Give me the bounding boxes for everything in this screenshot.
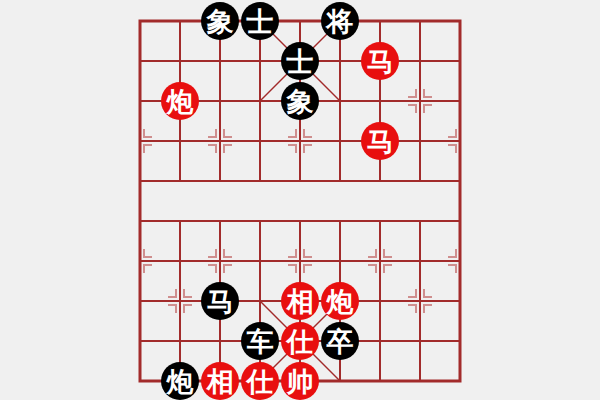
red-elephant-piece[interactable]: 相	[201, 362, 239, 400]
black-elephant-piece[interactable]: 象	[201, 2, 239, 40]
black-horse-piece[interactable]: 马	[201, 282, 239, 320]
xiangqi-board[interactable]: 象士将士马炮象马马相炮车仕卒炮相仕帅	[0, 0, 600, 400]
red-horse-piece[interactable]: 马	[361, 42, 399, 80]
red-cannon-piece[interactable]: 炮	[321, 282, 359, 320]
black-general-piece[interactable]: 将	[321, 2, 359, 40]
black-advisor-piece[interactable]: 士	[241, 2, 279, 40]
pieces-layer: 象士将士马炮象马马相炮车仕卒炮相仕帅	[0, 0, 600, 400]
red-cannon-piece[interactable]: 炮	[161, 82, 199, 120]
black-advisor-piece[interactable]: 士	[281, 42, 319, 80]
black-elephant-piece[interactable]: 象	[281, 82, 319, 120]
red-advisor-piece[interactable]: 仕	[281, 322, 319, 360]
red-elephant-piece[interactable]: 相	[281, 282, 319, 320]
red-horse-piece[interactable]: 马	[361, 122, 399, 160]
black-soldier-piece[interactable]: 卒	[321, 322, 359, 360]
red-advisor-piece[interactable]: 仕	[241, 362, 279, 400]
black-cannon-piece[interactable]: 炮	[161, 362, 199, 400]
black-chariot-piece[interactable]: 车	[241, 322, 279, 360]
red-general-piece[interactable]: 帅	[281, 362, 319, 400]
